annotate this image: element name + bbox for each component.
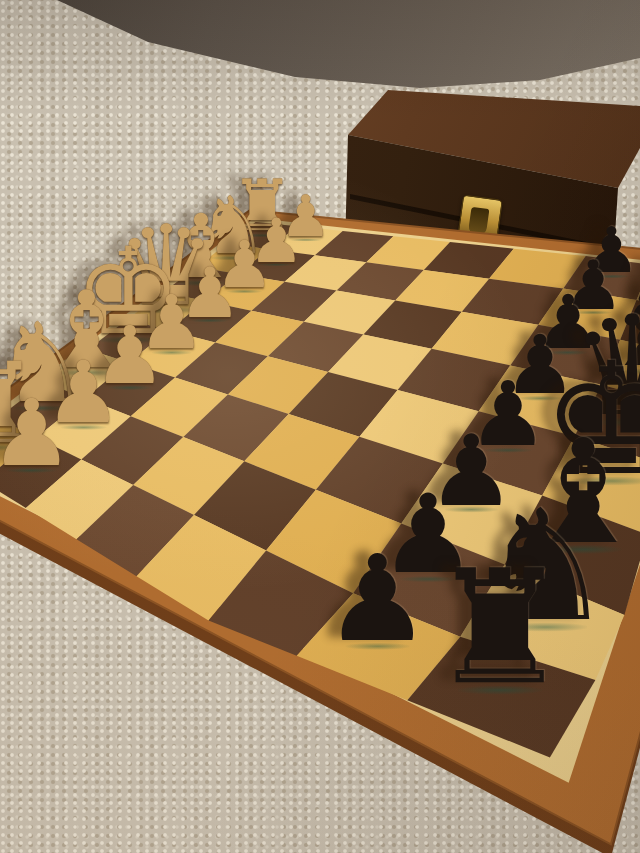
- pieces-layer: ♜♞♝♛♚♝♞♜♟♟♟♟♟♟♟♟♟♟♟♟♟♟♟♟♜♞♝♛♚♝♞♜: [0, 0, 640, 853]
- photo-scene: ♜♞♝♛♚♝♞♜♟♟♟♟♟♟♟♟♟♟♟♟♟♟♟♟♜♞♝♛♚♝♞♜: [0, 0, 640, 853]
- piece-white-pawn-h2: ♟: [0, 387, 73, 479]
- piece-black-pawn-h7: ♟: [324, 539, 431, 658]
- piece-black-rook-h8: ♜: [430, 549, 571, 706]
